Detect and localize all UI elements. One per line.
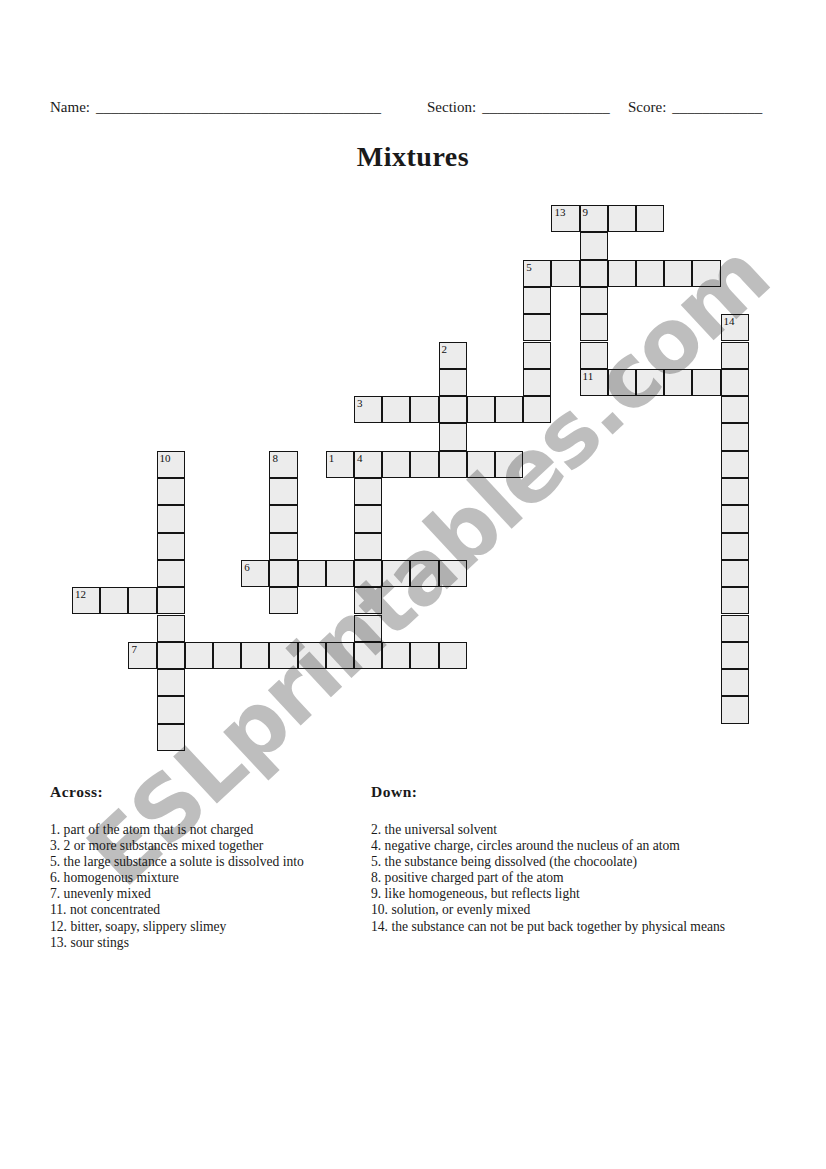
grid-cell[interactable] (721, 396, 749, 423)
grid-cell[interactable] (354, 615, 382, 642)
grid-cell[interactable] (523, 342, 551, 369)
grid-cell[interactable] (523, 314, 551, 341)
grid-cell[interactable] (664, 260, 692, 287)
grid-cell[interactable]: 1 (326, 451, 354, 478)
grid-cell[interactable] (157, 533, 185, 560)
grid-cell[interactable] (439, 642, 467, 669)
cell-number: 1 (329, 452, 335, 465)
grid-cell[interactable] (608, 205, 636, 232)
grid-cell[interactable] (354, 587, 382, 614)
grid-cell[interactable]: 7 (128, 642, 156, 669)
grid-cell[interactable] (157, 615, 185, 642)
grid-cell[interactable] (439, 560, 467, 587)
across-clue-list: 1. part of the atom that is not charged3… (50, 822, 304, 951)
worksheet-page: Name:___________________________________… (0, 0, 826, 1169)
down-heading: Down: (371, 783, 725, 801)
cell-number: 11 (583, 370, 594, 383)
cell-number: 5 (526, 261, 532, 274)
across-clue: 5. the large substance a solute is disso… (50, 854, 304, 870)
grid-cell[interactable] (721, 478, 749, 505)
grid-cell[interactable] (269, 478, 297, 505)
across-clue: 3. 2 or more substances mixed together (50, 838, 304, 854)
grid-cell[interactable] (692, 369, 720, 396)
grid-cell[interactable] (213, 642, 241, 669)
down-clue: 14. the substance can not be put back to… (371, 919, 725, 935)
grid-cell[interactable] (721, 369, 749, 396)
grid-cell[interactable] (157, 642, 185, 669)
grid-cell[interactable] (269, 560, 297, 587)
grid-cell[interactable] (636, 369, 664, 396)
grid-cell[interactable] (523, 396, 551, 423)
grid-cell[interactable] (580, 260, 608, 287)
cell-number: 13 (554, 206, 565, 219)
grid-cell[interactable] (269, 505, 297, 532)
grid-cell[interactable] (636, 205, 664, 232)
cell-number: 10 (160, 452, 171, 465)
grid-cell[interactable]: 4 (354, 451, 382, 478)
grid-cell[interactable] (269, 533, 297, 560)
grid-cell[interactable] (721, 696, 749, 723)
grid-cell[interactable] (410, 560, 438, 587)
grid-cell[interactable] (580, 342, 608, 369)
grid-cell[interactable] (157, 724, 185, 751)
across-clue: 13. sour stings (50, 935, 304, 951)
grid-cell[interactable] (298, 560, 326, 587)
section-label: Section: (427, 99, 476, 115)
score-blank-line[interactable]: ____________ (672, 99, 762, 115)
grid-cell[interactable]: 5 (523, 260, 551, 287)
name-field: Name:___________________________________… (50, 99, 381, 116)
grid-cell[interactable] (382, 396, 410, 423)
grid-cell[interactable] (326, 642, 354, 669)
grid-cell[interactable] (580, 287, 608, 314)
grid-cell[interactable]: 14 (721, 314, 749, 341)
grid-cell[interactable] (241, 642, 269, 669)
grid-cell[interactable]: 12 (72, 587, 100, 614)
grid-cell[interactable] (721, 423, 749, 450)
grid-cell[interactable]: 11 (580, 369, 608, 396)
grid-cell[interactable]: 2 (439, 342, 467, 369)
across-clue: 7. unevenly mixed (50, 886, 304, 902)
cell-number: 4 (357, 452, 363, 465)
grid-cell[interactable] (721, 560, 749, 587)
grid-cell[interactable] (354, 560, 382, 587)
grid-cell[interactable] (580, 314, 608, 341)
grid-cell[interactable] (523, 369, 551, 396)
down-clue-list: 2. the universal solvent4. negative char… (371, 822, 725, 935)
grid-cell[interactable] (410, 642, 438, 669)
across-clues-section: Across: 1. part of the atom that is not … (50, 783, 304, 951)
across-clue: 6. homogenous mixture (50, 870, 304, 886)
grid-cell[interactable] (551, 260, 579, 287)
across-clue: 1. part of the atom that is not charged (50, 822, 304, 838)
grid-cell[interactable]: 10 (157, 451, 185, 478)
cell-number: 3 (357, 397, 363, 410)
grid-cell[interactable] (157, 505, 185, 532)
grid-cell[interactable] (721, 642, 749, 669)
down-clues-section: Down: 2. the universal solvent4. negativ… (371, 783, 725, 935)
down-clue: 5. the substance being dissolved (the ch… (371, 854, 725, 870)
grid-cell[interactable] (721, 615, 749, 642)
grid-cell[interactable] (467, 451, 495, 478)
grid-cell[interactable] (269, 642, 297, 669)
grid-cell[interactable] (157, 696, 185, 723)
grid-cell[interactable] (721, 669, 749, 696)
grid-cell[interactable] (608, 369, 636, 396)
name-label: Name: (50, 99, 90, 115)
cell-number: 14 (724, 315, 735, 328)
cell-number: 2 (442, 343, 448, 356)
section-field: Section:_________________ (427, 99, 610, 116)
cell-number: 6 (244, 561, 250, 574)
cell-number: 9 (583, 206, 589, 219)
puzzle-title: Mixtures (0, 141, 826, 173)
down-clue: 4. negative charge, circles around the n… (371, 838, 725, 854)
grid-cell[interactable] (157, 478, 185, 505)
grid-cell[interactable] (128, 587, 156, 614)
name-blank-line[interactable]: ______________________________________ (96, 99, 381, 115)
grid-cell[interactable] (410, 396, 438, 423)
grid-cell[interactable] (439, 423, 467, 450)
grid-cell[interactable] (608, 260, 636, 287)
grid-cell[interactable] (439, 369, 467, 396)
grid-cell[interactable] (157, 669, 185, 696)
grid-cell[interactable] (354, 478, 382, 505)
across-clue: 12. bitter, soapy, slippery slimey (50, 919, 304, 935)
grid-cell[interactable] (157, 560, 185, 587)
grid-cell[interactable] (721, 451, 749, 478)
grid-cell[interactable] (721, 505, 749, 532)
down-clue: 9. like homogeneous, but reflects light (371, 886, 725, 902)
cell-number: 7 (131, 643, 137, 656)
across-clue: 11. not concentrated (50, 902, 304, 918)
grid-cell[interactable] (439, 451, 467, 478)
score-label: Score: (628, 99, 666, 115)
across-heading: Across: (50, 783, 304, 801)
grid-cell[interactable] (382, 451, 410, 478)
grid-cell[interactable] (495, 396, 523, 423)
grid-cell[interactable] (580, 232, 608, 259)
down-clue: 2. the universal solvent (371, 822, 725, 838)
grid-cell[interactable] (721, 533, 749, 560)
grid-cell[interactable] (382, 560, 410, 587)
grid-cell[interactable] (692, 260, 720, 287)
grid-cell[interactable] (721, 342, 749, 369)
grid-cell[interactable] (523, 287, 551, 314)
grid-cell[interactable] (185, 642, 213, 669)
crossword-grid: 1395142113108146127 (72, 205, 750, 752)
grid-cell[interactable] (439, 396, 467, 423)
grid-cell[interactable]: 3 (354, 396, 382, 423)
grid-cell[interactable] (100, 587, 128, 614)
grid-cell[interactable] (269, 587, 297, 614)
cell-number: 12 (75, 588, 86, 601)
grid-cell[interactable]: 6 (241, 560, 269, 587)
section-blank-line[interactable]: _________________ (482, 99, 610, 115)
grid-cell[interactable]: 8 (269, 451, 297, 478)
grid-cell[interactable] (664, 369, 692, 396)
down-clue: 10. solution, or evenly mixed (371, 902, 725, 918)
grid-cell[interactable] (354, 642, 382, 669)
cell-number: 8 (272, 452, 278, 465)
grid-cell[interactable] (157, 587, 185, 614)
grid-cell[interactable] (410, 451, 438, 478)
grid-cell[interactable] (326, 560, 354, 587)
grid-cell[interactable] (721, 587, 749, 614)
down-clue: 8. positive charged part of the atom (371, 870, 725, 886)
grid-cell[interactable] (382, 642, 410, 669)
grid-cell[interactable] (636, 260, 664, 287)
grid-cell[interactable]: 13 (551, 205, 579, 232)
grid-cell[interactable] (354, 533, 382, 560)
grid-cell[interactable]: 9 (580, 205, 608, 232)
grid-cell[interactable] (467, 396, 495, 423)
score-field: Score:____________ (628, 99, 762, 116)
grid-cell[interactable] (298, 642, 326, 669)
grid-cell[interactable] (354, 505, 382, 532)
grid-cell[interactable] (495, 451, 523, 478)
